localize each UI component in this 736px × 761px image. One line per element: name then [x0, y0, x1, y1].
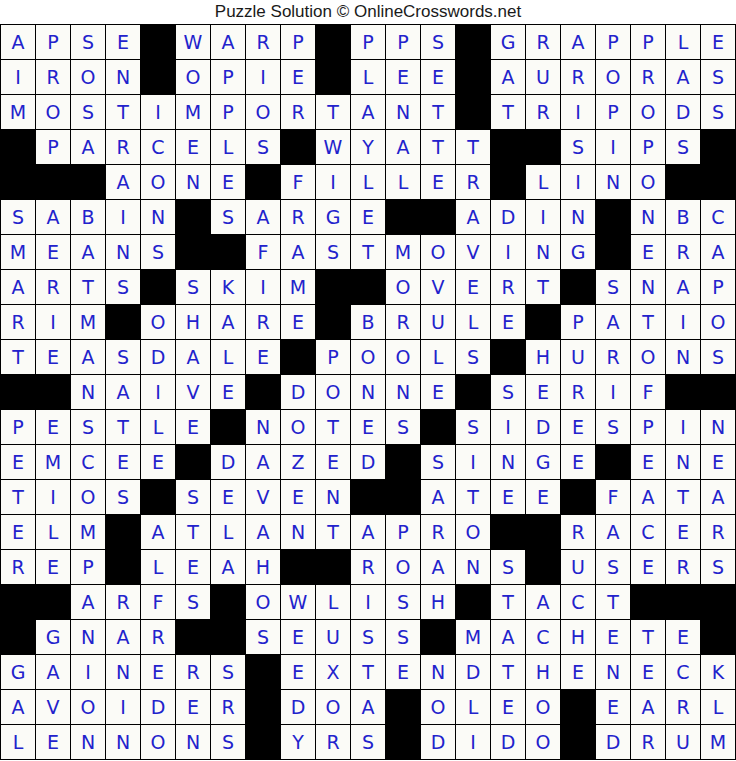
block-cell — [701, 620, 735, 654]
letter-cell: R — [596, 340, 630, 374]
letter-cell: P — [631, 25, 665, 59]
letter-cell: A — [701, 480, 735, 514]
letter-cell: T — [421, 130, 455, 164]
letter-cell: S — [71, 95, 105, 129]
letter-cell: E — [281, 480, 315, 514]
letter-cell: S — [456, 410, 490, 444]
letter-cell: G — [491, 25, 525, 59]
block-cell — [106, 515, 140, 549]
letter-cell: T — [316, 95, 350, 129]
block-cell — [386, 690, 420, 724]
letter-cell: E — [701, 445, 735, 479]
letter-cell: E — [596, 690, 630, 724]
block-cell — [246, 725, 280, 759]
letter-cell: A — [106, 165, 140, 199]
letter-cell: I — [666, 410, 700, 444]
letter-cell: E — [491, 480, 525, 514]
letter-cell: E — [281, 305, 315, 339]
letter-cell: E — [701, 25, 735, 59]
letter-cell: S — [106, 270, 140, 304]
letter-cell: C — [666, 655, 700, 689]
letter-cell: E — [36, 725, 70, 759]
block-cell — [316, 305, 350, 339]
letter-cell: P — [351, 25, 385, 59]
block-cell — [561, 270, 595, 304]
letter-cell: I — [141, 375, 175, 409]
letter-cell: E — [491, 305, 525, 339]
letter-cell: N — [71, 375, 105, 409]
letter-cell: S — [141, 235, 175, 269]
letter-cell: R — [351, 550, 385, 584]
letter-cell: O — [596, 60, 630, 94]
letter-cell: E — [1, 515, 35, 549]
letter-cell: R — [666, 235, 700, 269]
letter-cell: A — [1, 25, 35, 59]
letter-cell: A — [596, 305, 630, 339]
letter-cell: L — [36, 515, 70, 549]
letter-cell: L — [701, 690, 735, 724]
block-cell — [666, 375, 700, 409]
block-cell — [526, 130, 560, 164]
letter-cell: A — [631, 690, 665, 724]
block-cell — [316, 550, 350, 584]
letter-cell: E — [141, 445, 175, 479]
letter-cell: O — [71, 480, 105, 514]
letter-cell: D — [456, 655, 490, 689]
letter-cell: D — [281, 375, 315, 409]
letter-cell: T — [421, 95, 455, 129]
letter-cell: S — [701, 60, 735, 94]
block-cell — [316, 270, 350, 304]
letter-cell: N — [281, 515, 315, 549]
block-cell — [141, 25, 175, 59]
letter-cell: T — [1, 480, 35, 514]
letter-cell: M — [176, 95, 210, 129]
letter-cell: A — [211, 25, 245, 59]
letter-cell: D — [351, 445, 385, 479]
letter-cell: M — [701, 725, 735, 759]
letter-cell: A — [1, 270, 35, 304]
letter-cell: N — [71, 620, 105, 654]
block-cell — [246, 655, 280, 689]
letter-cell: O — [281, 410, 315, 444]
block-cell — [456, 95, 490, 129]
block-cell — [281, 130, 315, 164]
letter-cell: R — [561, 375, 595, 409]
letter-cell: O — [351, 340, 385, 374]
letter-cell: A — [421, 480, 455, 514]
letter-cell: O — [631, 340, 665, 374]
letter-cell: R — [176, 655, 210, 689]
block-cell — [1, 375, 35, 409]
letter-cell: N — [106, 60, 140, 94]
block-cell — [351, 480, 385, 514]
letter-cell: L — [141, 550, 175, 584]
crossword-grid: APSEWARPPPSGRAPPLEIRONOPIELEEAURORASMOST… — [0, 24, 736, 760]
letter-cell: D — [141, 690, 175, 724]
block-cell — [701, 165, 735, 199]
block-cell — [386, 445, 420, 479]
letter-cell: P — [36, 25, 70, 59]
letter-cell: N — [386, 95, 420, 129]
letter-cell: K — [211, 270, 245, 304]
letter-cell: Z — [281, 445, 315, 479]
letter-cell: R — [106, 130, 140, 164]
letter-cell: R — [281, 200, 315, 234]
letter-cell: N — [106, 235, 140, 269]
letter-cell: R — [36, 270, 70, 304]
letter-cell: A — [386, 130, 420, 164]
letter-cell: S — [211, 655, 245, 689]
letter-cell: D — [141, 340, 175, 374]
letter-cell: N — [596, 165, 630, 199]
letter-cell: E — [281, 620, 315, 654]
block-cell — [316, 25, 350, 59]
letter-cell: R — [106, 585, 140, 619]
block-cell — [36, 585, 70, 619]
letter-cell: O — [526, 690, 560, 724]
block-cell — [176, 235, 210, 269]
letter-cell: I — [246, 60, 280, 94]
letter-cell: L — [386, 165, 420, 199]
letter-cell: E — [561, 410, 595, 444]
letter-cell: T — [106, 95, 140, 129]
letter-cell: R — [386, 305, 420, 339]
letter-cell: E — [316, 445, 350, 479]
letter-cell: P — [211, 60, 245, 94]
block-cell — [561, 480, 595, 514]
letter-cell: S — [386, 620, 420, 654]
letter-cell: R — [631, 725, 665, 759]
letter-cell: S — [71, 410, 105, 444]
letter-cell: L — [351, 165, 385, 199]
block-cell — [666, 585, 700, 619]
letter-cell: T — [176, 515, 210, 549]
letter-cell: T — [631, 305, 665, 339]
letter-cell: I — [106, 200, 140, 234]
block-cell — [421, 620, 455, 654]
letter-cell: N — [351, 375, 385, 409]
letter-cell: S — [176, 585, 210, 619]
letter-cell: I — [71, 655, 105, 689]
letter-cell: T — [1, 340, 35, 374]
letter-cell: E — [106, 25, 140, 59]
letter-cell: P — [631, 410, 665, 444]
letter-cell: L — [421, 340, 455, 374]
letter-cell: N — [631, 200, 665, 234]
letter-cell: G — [316, 200, 350, 234]
letter-cell: N — [701, 410, 735, 444]
letter-cell: O — [386, 270, 420, 304]
letter-cell: S — [456, 340, 490, 374]
letter-cell: E — [36, 410, 70, 444]
letter-cell: E — [561, 445, 595, 479]
letter-cell: L — [211, 340, 245, 374]
letter-cell: A — [701, 235, 735, 269]
letter-cell: A — [351, 95, 385, 129]
letter-cell: I — [456, 445, 490, 479]
letter-cell: S — [351, 620, 385, 654]
letter-cell: T — [456, 480, 490, 514]
letter-cell: D — [526, 410, 560, 444]
letter-cell: U — [666, 725, 700, 759]
letter-cell: W — [176, 25, 210, 59]
letter-cell: I — [561, 165, 595, 199]
letter-cell: I — [491, 235, 525, 269]
letter-cell: E — [631, 445, 665, 479]
letter-cell: N — [526, 235, 560, 269]
letter-cell: A — [71, 340, 105, 374]
letter-cell: O — [141, 725, 175, 759]
letter-cell: U — [421, 305, 455, 339]
letter-cell: S — [491, 375, 525, 409]
letter-cell: V — [36, 690, 70, 724]
letter-cell: E — [36, 550, 70, 584]
letter-cell: L — [526, 165, 560, 199]
letter-cell: I — [596, 375, 630, 409]
letter-cell: R — [211, 690, 245, 724]
letter-cell: T — [71, 270, 105, 304]
letter-cell: S — [701, 550, 735, 584]
letter-cell: A — [1, 690, 35, 724]
letter-cell: D — [666, 95, 700, 129]
letter-cell: D — [211, 445, 245, 479]
letter-cell: E — [246, 340, 280, 374]
letter-cell: I — [1, 60, 35, 94]
letter-cell: F — [596, 480, 630, 514]
letter-cell: I — [141, 95, 175, 129]
letter-cell: E — [666, 620, 700, 654]
letter-cell: P — [281, 25, 315, 59]
block-cell — [71, 165, 105, 199]
letter-cell: N — [176, 165, 210, 199]
letter-cell: S — [701, 340, 735, 374]
letter-cell: L — [351, 60, 385, 94]
letter-cell: A — [421, 550, 455, 584]
letter-cell: R — [491, 270, 525, 304]
letter-cell: R — [141, 620, 175, 654]
letter-cell: E — [386, 655, 420, 689]
letter-cell: M — [281, 270, 315, 304]
block-cell — [526, 305, 560, 339]
letter-cell: E — [211, 375, 245, 409]
letter-cell: P — [316, 340, 350, 374]
letter-cell: L — [456, 690, 490, 724]
block-cell — [176, 620, 210, 654]
letter-cell: I — [106, 690, 140, 724]
block-cell — [176, 445, 210, 479]
block-cell — [491, 515, 525, 549]
block-cell — [281, 550, 315, 584]
letter-cell: M — [1, 95, 35, 129]
letter-cell: B — [666, 200, 700, 234]
letter-cell: C — [631, 515, 665, 549]
letter-cell: I — [596, 130, 630, 164]
letter-cell: A — [491, 620, 525, 654]
letter-cell: A — [456, 200, 490, 234]
block-cell — [526, 550, 560, 584]
letter-cell: F — [246, 235, 280, 269]
block-cell — [701, 375, 735, 409]
letter-cell: E — [211, 480, 245, 514]
letter-cell: S — [211, 725, 245, 759]
letter-cell: S — [491, 550, 525, 584]
letter-cell: S — [386, 585, 420, 619]
letter-cell: N — [141, 200, 175, 234]
letter-cell: N — [386, 375, 420, 409]
letter-cell: F — [141, 585, 175, 619]
letter-cell: P — [631, 130, 665, 164]
letter-cell: T — [491, 655, 525, 689]
block-cell — [456, 60, 490, 94]
letter-cell: R — [631, 60, 665, 94]
letter-cell: U — [561, 550, 595, 584]
block-cell — [351, 270, 385, 304]
letter-cell: P — [701, 270, 735, 304]
letter-cell: O — [631, 165, 665, 199]
letter-cell: I — [491, 410, 525, 444]
letter-cell: T — [316, 410, 350, 444]
letter-cell: S — [246, 130, 280, 164]
letter-cell: R — [421, 515, 455, 549]
letter-cell: S — [596, 550, 630, 584]
letter-cell: E — [36, 235, 70, 269]
letter-cell: N — [666, 445, 700, 479]
letter-cell: I — [561, 95, 595, 129]
letter-cell: R — [666, 690, 700, 724]
block-cell — [246, 165, 280, 199]
block-cell — [596, 235, 630, 269]
letter-cell: G — [561, 235, 595, 269]
block-cell — [666, 165, 700, 199]
letter-cell: S — [596, 270, 630, 304]
letter-cell: T — [666, 480, 700, 514]
letter-cell: L — [211, 515, 245, 549]
letter-cell: T — [351, 655, 385, 689]
block-cell — [176, 200, 210, 234]
block-cell — [211, 620, 245, 654]
letter-cell: I — [351, 585, 385, 619]
letter-cell: O — [631, 95, 665, 129]
letter-cell: R — [316, 725, 350, 759]
letter-cell: P — [36, 130, 70, 164]
letter-cell: A — [36, 200, 70, 234]
letter-cell: R — [246, 25, 280, 59]
letter-cell: E — [561, 655, 595, 689]
letter-cell: O — [456, 515, 490, 549]
title-bar: Puzzle Solution © OnlineCrosswords.net — [0, 0, 736, 24]
block-cell — [1, 620, 35, 654]
letter-cell: O — [71, 60, 105, 94]
letter-cell: E — [106, 445, 140, 479]
letter-cell: P — [211, 95, 245, 129]
letter-cell: E — [631, 235, 665, 269]
letter-cell: R — [246, 305, 280, 339]
block-cell — [1, 130, 35, 164]
letter-cell: E — [631, 550, 665, 584]
letter-cell: A — [526, 585, 560, 619]
letter-cell: O — [421, 690, 455, 724]
letter-cell: A — [631, 480, 665, 514]
letter-cell: S — [701, 95, 735, 129]
letter-cell: E — [281, 655, 315, 689]
letter-cell: N — [596, 655, 630, 689]
letter-cell: I — [316, 165, 350, 199]
letter-cell: S — [421, 25, 455, 59]
block-cell — [211, 585, 245, 619]
letter-cell: R — [526, 95, 560, 129]
letter-cell: S — [666, 130, 700, 164]
letter-cell: I — [456, 725, 490, 759]
letter-cell: O — [526, 725, 560, 759]
letter-cell: T — [316, 515, 350, 549]
letter-cell: T — [491, 585, 525, 619]
letter-cell: P — [596, 95, 630, 129]
letter-cell: E — [176, 690, 210, 724]
letter-cell: S — [421, 445, 455, 479]
letter-cell: I — [526, 200, 560, 234]
block-cell — [246, 375, 280, 409]
letter-cell: N — [631, 270, 665, 304]
letter-cell: D — [421, 725, 455, 759]
letter-cell: M — [71, 305, 105, 339]
letter-cell: M — [36, 445, 70, 479]
letter-cell: C — [526, 620, 560, 654]
letter-cell: E — [421, 165, 455, 199]
letter-cell: M — [456, 620, 490, 654]
letter-cell: S — [106, 340, 140, 374]
letter-cell: N — [421, 655, 455, 689]
letter-cell: C — [71, 445, 105, 479]
letter-cell: O — [386, 550, 420, 584]
block-cell — [596, 200, 630, 234]
letter-cell: O — [421, 235, 455, 269]
letter-cell: B — [71, 200, 105, 234]
letter-cell: R — [526, 25, 560, 59]
letter-cell: O — [71, 690, 105, 724]
letter-cell: S — [351, 725, 385, 759]
letter-cell: E — [631, 655, 665, 689]
letter-cell: F — [281, 165, 315, 199]
letter-cell: E — [176, 130, 210, 164]
block-cell — [106, 305, 140, 339]
letter-cell: N — [456, 550, 490, 584]
letter-cell: O — [701, 305, 735, 339]
letter-cell: A — [246, 200, 280, 234]
block-cell — [491, 165, 525, 199]
letter-cell: V — [421, 270, 455, 304]
letter-cell: D — [281, 690, 315, 724]
letter-cell: C — [561, 585, 595, 619]
letter-cell: T — [631, 620, 665, 654]
letter-cell: P — [561, 305, 595, 339]
letter-cell: C — [701, 200, 735, 234]
letter-cell: U — [316, 620, 350, 654]
letter-cell: V — [456, 235, 490, 269]
letter-cell: H — [561, 620, 595, 654]
letter-cell: A — [36, 655, 70, 689]
letter-cell: E — [386, 60, 420, 94]
letter-cell: H — [246, 550, 280, 584]
letter-cell: E — [491, 690, 525, 724]
block-cell — [36, 165, 70, 199]
letter-cell: O — [386, 340, 420, 374]
letter-cell: E — [456, 270, 490, 304]
block-cell — [491, 130, 525, 164]
letter-cell: R — [561, 515, 595, 549]
block-cell — [211, 410, 245, 444]
letter-cell: T — [526, 270, 560, 304]
